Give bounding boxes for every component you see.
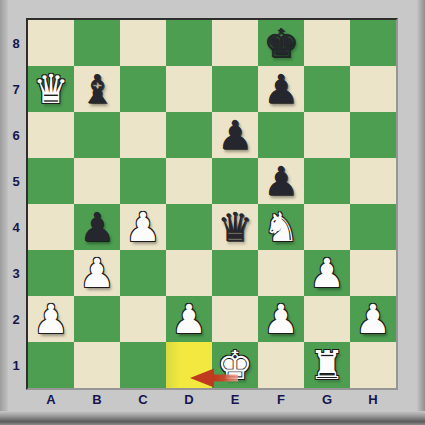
- file-label-f: F: [258, 389, 304, 409]
- square-e1[interactable]: ♚: [212, 342, 258, 388]
- frame-right-bevel: [417, 0, 425, 425]
- square-c3[interactable]: [120, 250, 166, 296]
- square-c5[interactable]: [120, 158, 166, 204]
- square-g1[interactable]: ♜: [304, 342, 350, 388]
- square-d6[interactable]: [166, 112, 212, 158]
- square-a6[interactable]: [28, 112, 74, 158]
- square-b4[interactable]: ♟: [74, 204, 120, 250]
- file-label-h: H: [350, 389, 396, 409]
- white-pawn-a2[interactable]: ♟: [33, 296, 69, 342]
- white-king-e1[interactable]: ♚: [217, 342, 253, 388]
- square-f6[interactable]: [258, 112, 304, 158]
- chess-diagram: 87654321 ♚♛♝♟♟♟♟♟♛♞♟♟♟♟♟♟♚♜ ABCDEFGH: [0, 0, 425, 425]
- white-pawn-b3[interactable]: ♟: [79, 250, 115, 296]
- square-a5[interactable]: [28, 158, 74, 204]
- square-g5[interactable]: [304, 158, 350, 204]
- rank-label-5: 5: [6, 158, 26, 204]
- square-f4[interactable]: ♞: [258, 204, 304, 250]
- square-h2[interactable]: ♟: [350, 296, 396, 342]
- file-label-c: C: [120, 389, 166, 409]
- rank-label-1: 1: [6, 342, 26, 388]
- square-d2[interactable]: ♟: [166, 296, 212, 342]
- rank-label-2: 2: [6, 296, 26, 342]
- square-h4[interactable]: [350, 204, 396, 250]
- square-g3[interactable]: ♟: [304, 250, 350, 296]
- square-c7[interactable]: [120, 66, 166, 112]
- rank-label-6: 6: [6, 112, 26, 158]
- square-b6[interactable]: [74, 112, 120, 158]
- square-h6[interactable]: [350, 112, 396, 158]
- chess-board: ♚♛♝♟♟♟♟♟♛♞♟♟♟♟♟♟♚♜: [26, 18, 398, 390]
- square-h3[interactable]: [350, 250, 396, 296]
- rank-label-7: 7: [6, 66, 26, 112]
- frame-bottom-bevel: [0, 411, 425, 425]
- square-a3[interactable]: [28, 250, 74, 296]
- square-g7[interactable]: [304, 66, 350, 112]
- square-e3[interactable]: [212, 250, 258, 296]
- square-b1[interactable]: [74, 342, 120, 388]
- square-f7[interactable]: ♟: [258, 66, 304, 112]
- rank-label-3: 3: [6, 250, 26, 296]
- square-f3[interactable]: [258, 250, 304, 296]
- square-e2[interactable]: [212, 296, 258, 342]
- square-h7[interactable]: [350, 66, 396, 112]
- square-e4[interactable]: ♛: [212, 204, 258, 250]
- white-pawn-g3[interactable]: ♟: [309, 250, 345, 296]
- square-b8[interactable]: [74, 20, 120, 66]
- square-d5[interactable]: [166, 158, 212, 204]
- square-e8[interactable]: [212, 20, 258, 66]
- white-queen-a7[interactable]: ♛: [33, 66, 69, 112]
- square-a4[interactable]: [28, 204, 74, 250]
- square-e5[interactable]: [212, 158, 258, 204]
- file-label-e: E: [212, 389, 258, 409]
- square-c1[interactable]: [120, 342, 166, 388]
- square-a8[interactable]: [28, 20, 74, 66]
- square-g4[interactable]: [304, 204, 350, 250]
- file-label-a: A: [28, 389, 74, 409]
- white-knight-f4[interactable]: ♞: [263, 204, 299, 250]
- square-b2[interactable]: [74, 296, 120, 342]
- black-king-f8[interactable]: ♚: [263, 20, 299, 66]
- square-c4[interactable]: ♟: [120, 204, 166, 250]
- square-c8[interactable]: [120, 20, 166, 66]
- rank-labels: 87654321: [6, 20, 26, 388]
- square-e7[interactable]: [212, 66, 258, 112]
- white-pawn-c4[interactable]: ♟: [125, 204, 161, 250]
- square-a2[interactable]: ♟: [28, 296, 74, 342]
- file-label-g: G: [304, 389, 350, 409]
- square-f8[interactable]: ♚: [258, 20, 304, 66]
- square-d8[interactable]: [166, 20, 212, 66]
- white-pawn-h2[interactable]: ♟: [355, 296, 391, 342]
- square-h8[interactable]: [350, 20, 396, 66]
- square-h1[interactable]: [350, 342, 396, 388]
- square-h5[interactable]: [350, 158, 396, 204]
- black-pawn-e6[interactable]: ♟: [217, 112, 253, 158]
- square-d3[interactable]: [166, 250, 212, 296]
- square-d7[interactable]: [166, 66, 212, 112]
- square-b5[interactable]: [74, 158, 120, 204]
- black-bishop-b7[interactable]: ♝: [79, 66, 115, 112]
- black-pawn-f7[interactable]: ♟: [263, 66, 299, 112]
- square-b7[interactable]: ♝: [74, 66, 120, 112]
- square-g2[interactable]: [304, 296, 350, 342]
- square-g8[interactable]: [304, 20, 350, 66]
- file-label-b: B: [74, 389, 120, 409]
- white-pawn-d2[interactable]: ♟: [171, 296, 207, 342]
- square-e6[interactable]: ♟: [212, 112, 258, 158]
- file-label-d: D: [166, 389, 212, 409]
- file-labels: ABCDEFGH: [28, 389, 396, 409]
- square-b3[interactable]: ♟: [74, 250, 120, 296]
- square-a7[interactable]: ♛: [28, 66, 74, 112]
- black-queen-e4[interactable]: ♛: [217, 204, 253, 250]
- square-c6[interactable]: [120, 112, 166, 158]
- square-f1[interactable]: [258, 342, 304, 388]
- square-a1[interactable]: [28, 342, 74, 388]
- square-f5[interactable]: ♟: [258, 158, 304, 204]
- black-pawn-f5[interactable]: ♟: [263, 158, 299, 204]
- square-g6[interactable]: [304, 112, 350, 158]
- white-rook-g1[interactable]: ♜: [309, 342, 345, 388]
- rank-label-4: 4: [6, 204, 26, 250]
- square-f2[interactable]: ♟: [258, 296, 304, 342]
- square-d1[interactable]: [166, 342, 212, 388]
- square-c2[interactable]: [120, 296, 166, 342]
- square-d4[interactable]: [166, 204, 212, 250]
- rank-label-8: 8: [6, 20, 26, 66]
- black-pawn-b4[interactable]: ♟: [79, 204, 115, 250]
- white-pawn-f2[interactable]: ♟: [263, 296, 299, 342]
